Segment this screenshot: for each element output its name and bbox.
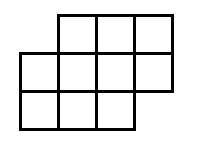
empty-cell-r1c1	[19, 14, 57, 52]
grid-cell-r3c1	[19, 90, 60, 131]
empty-cell-r3c4	[133, 90, 171, 128]
grid-cell-r3c3	[95, 90, 136, 131]
puzzle-diagram-canvas	[0, 0, 223, 154]
grid-cell-r3c2	[57, 90, 98, 131]
grid-cell-r2c4	[133, 52, 174, 93]
grid-cell-r2c1	[19, 52, 60, 93]
grid-cell-r1c4	[133, 14, 174, 55]
polyomino-board	[19, 14, 171, 128]
grid-cell-r1c3	[95, 14, 136, 55]
grid-cell-r2c2	[57, 52, 98, 93]
grid-cell-r1c2	[57, 14, 98, 55]
grid-cell-r2c3	[95, 52, 136, 93]
